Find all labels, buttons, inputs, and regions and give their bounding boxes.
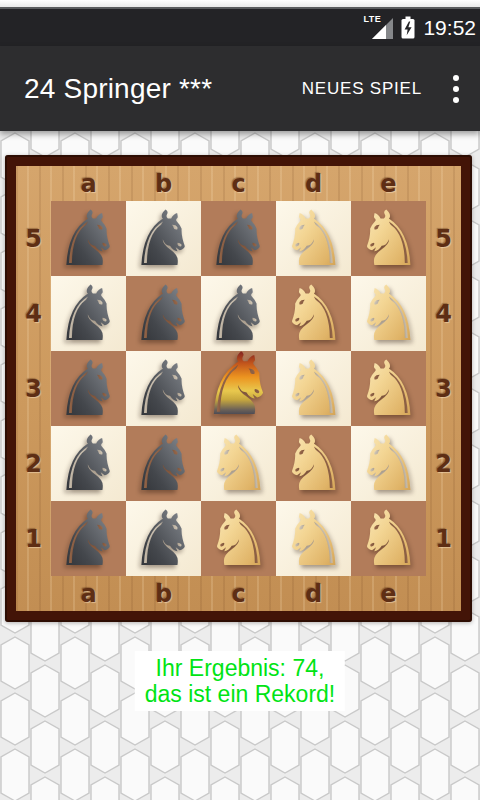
square-d5[interactable]: ♞ — [276, 201, 351, 276]
rank-label-left-4: 4 — [16, 276, 51, 351]
square-e5[interactable]: ♞ — [351, 201, 426, 276]
board-corner — [426, 576, 461, 611]
square-d4[interactable]: ♞ — [276, 276, 351, 351]
square-e2[interactable]: ♞ — [351, 426, 426, 501]
rank-label-left-2: 2 — [16, 426, 51, 501]
square-b2[interactable]: ♞ — [126, 426, 201, 501]
phone-screen: LTE 19:52 24 Springer *** NEUES SPIEL — [0, 0, 480, 800]
rank-label-left-1: 1 — [16, 501, 51, 576]
square-c1[interactable]: ♞ — [201, 501, 276, 576]
top-strip — [0, 0, 480, 9]
square-a2[interactable]: ♞ — [51, 426, 126, 501]
rank-label-left-3: 3 — [16, 351, 51, 426]
status-time: 19:52 — [423, 16, 476, 40]
square-b1[interactable]: ♞ — [126, 501, 201, 576]
white-knight[interactable]: ♞ — [354, 201, 422, 277]
rank-label-right-1: 1 — [426, 501, 461, 576]
square-a3[interactable]: ♞ — [51, 351, 126, 426]
board-corner — [16, 166, 51, 201]
square-e3[interactable]: ♞ — [351, 351, 426, 426]
white-knight[interactable]: ♞ — [354, 351, 422, 427]
square-a5[interactable]: ♞ — [51, 201, 126, 276]
square-a1[interactable]: ♞ — [51, 501, 126, 576]
board-corner — [16, 576, 51, 611]
square-b4[interactable]: ♞ — [126, 276, 201, 351]
black-knight[interactable]: ♞ — [129, 501, 197, 577]
lte-signal-icon: LTE — [363, 14, 394, 41]
board-grid: abcde5♞♞♞♞♞54♞♞♞♞♞43♞♞♞♞♞32♞♞♞♞♞21♞♞♞♞♞1… — [16, 166, 461, 611]
special-knight[interactable]: ♞ — [200, 341, 277, 427]
black-knight[interactable]: ♞ — [129, 426, 197, 502]
black-knight[interactable]: ♞ — [129, 276, 197, 352]
square-e1[interactable]: ♞ — [351, 501, 426, 576]
rank-label-right-2: 2 — [426, 426, 461, 501]
rank-label-right-4: 4 — [426, 276, 461, 351]
black-knight[interactable]: ♞ — [54, 351, 122, 427]
square-d1[interactable]: ♞ — [276, 501, 351, 576]
square-c5[interactable]: ♞ — [201, 201, 276, 276]
black-knight[interactable]: ♞ — [54, 501, 122, 577]
app-bar: 24 Springer *** NEUES SPIEL — [0, 46, 480, 131]
square-e4[interactable]: ♞ — [351, 276, 426, 351]
app-bar-actions: NEUES SPIEL — [300, 71, 464, 107]
white-knight[interactable]: ♞ — [204, 501, 272, 577]
black-knight[interactable]: ♞ — [204, 201, 272, 277]
white-knight[interactable]: ♞ — [279, 201, 347, 277]
result-line1: Ihr Ergebnis: 74, — [145, 655, 335, 681]
square-a4[interactable]: ♞ — [51, 276, 126, 351]
rank-label-right-5: 5 — [426, 201, 461, 276]
app-title: 24 Springer *** — [24, 73, 212, 105]
rank-label-left-5: 5 — [16, 201, 51, 276]
square-d2[interactable]: ♞ — [276, 426, 351, 501]
chess-board: abcde5♞♞♞♞♞54♞♞♞♞♞43♞♞♞♞♞32♞♞♞♞♞21♞♞♞♞♞1… — [5, 155, 472, 622]
square-d3[interactable]: ♞ — [276, 351, 351, 426]
white-knight[interactable]: ♞ — [279, 276, 347, 352]
status-bar: LTE 19:52 — [0, 9, 480, 46]
square-b5[interactable]: ♞ — [126, 201, 201, 276]
black-knight[interactable]: ♞ — [54, 201, 122, 277]
white-knight[interactable]: ♞ — [279, 501, 347, 577]
new-game-button[interactable]: NEUES SPIEL — [300, 71, 424, 107]
square-c2[interactable]: ♞ — [201, 426, 276, 501]
white-knight[interactable]: ♞ — [204, 426, 272, 502]
battery-charging-icon — [401, 16, 415, 39]
square-b3[interactable]: ♞ — [126, 351, 201, 426]
rank-label-right-3: 3 — [426, 351, 461, 426]
black-knight[interactable]: ♞ — [54, 276, 122, 352]
overflow-menu-icon[interactable] — [448, 71, 464, 107]
result-toast: Ihr Ergebnis: 74, das ist ein Rekord! — [135, 651, 345, 711]
white-knight[interactable]: ♞ — [354, 426, 422, 502]
black-knight[interactable]: ♞ — [129, 201, 197, 277]
black-knight[interactable]: ♞ — [129, 351, 197, 427]
square-c3[interactable]: ♞ — [201, 351, 276, 426]
white-knight[interactable]: ♞ — [354, 276, 422, 352]
signal-triangle-fill — [372, 25, 386, 39]
board-corner — [426, 166, 461, 201]
result-line2: das ist ein Rekord! — [145, 681, 335, 707]
white-knight[interactable]: ♞ — [279, 426, 347, 502]
board-frame: abcde5♞♞♞♞♞54♞♞♞♞♞43♞♞♞♞♞32♞♞♞♞♞21♞♞♞♞♞1… — [16, 166, 461, 611]
black-knight[interactable]: ♞ — [54, 426, 122, 502]
white-knight[interactable]: ♞ — [279, 351, 347, 427]
white-knight[interactable]: ♞ — [354, 501, 422, 577]
